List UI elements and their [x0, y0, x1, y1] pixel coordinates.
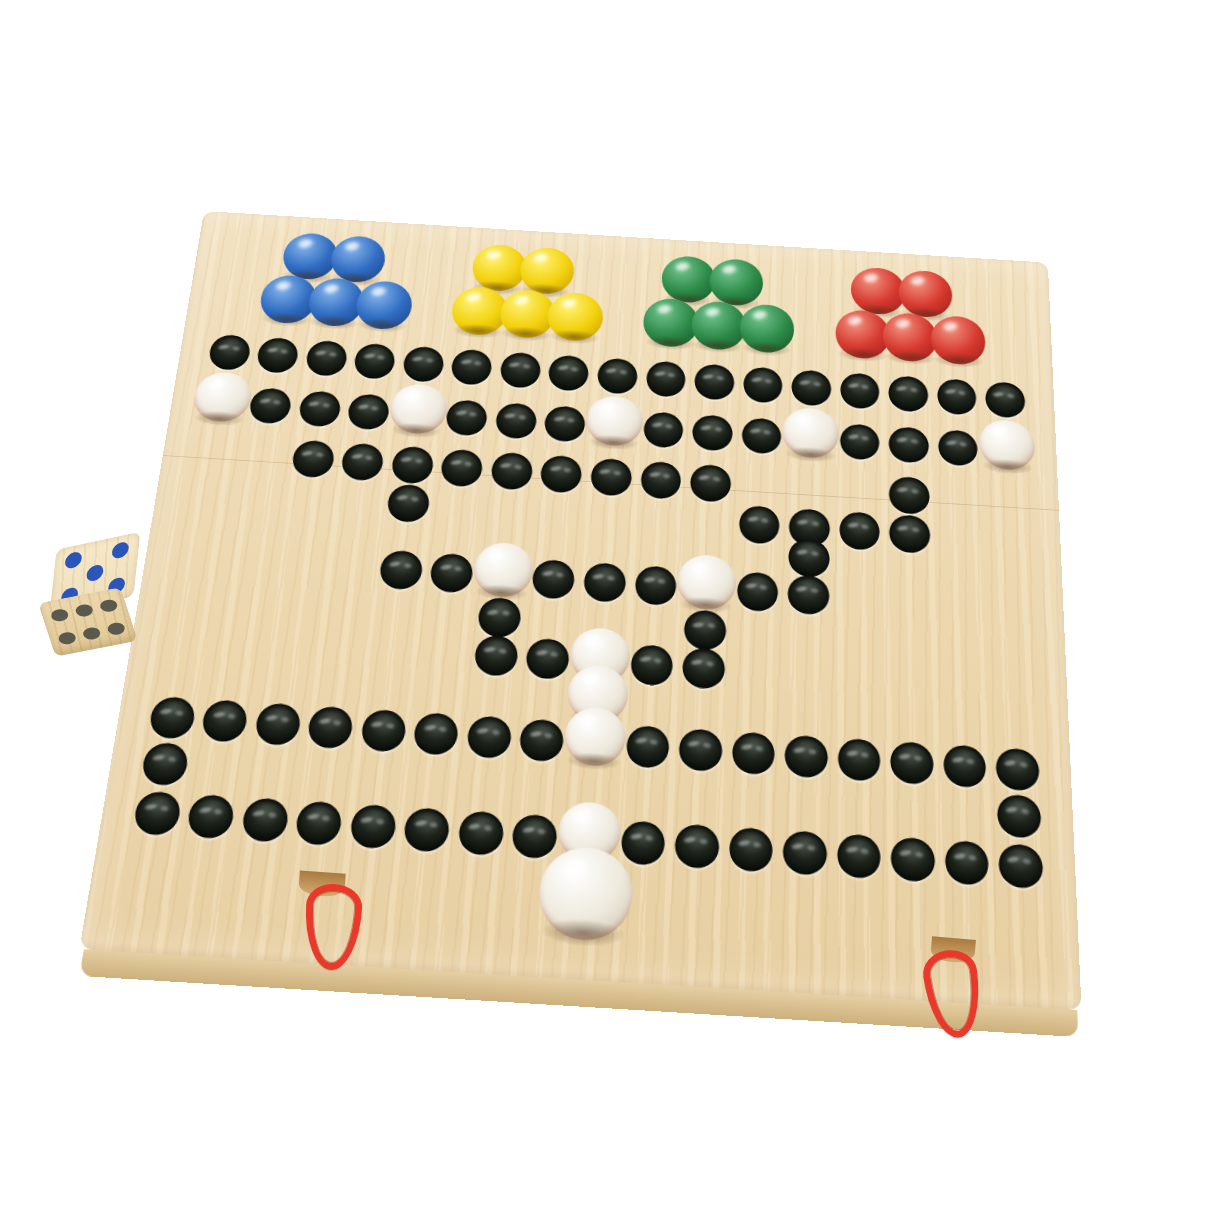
board-hole [207, 334, 252, 371]
board-hole [625, 725, 670, 769]
board-hole [254, 702, 302, 745]
hole-specular-highlight [654, 658, 662, 664]
green-ball[interactable] [739, 303, 794, 353]
board-cell-r12c4 [307, 706, 355, 749]
board-cell-r4c5 [396, 396, 440, 434]
hole-specular-highlight [756, 745, 764, 751]
white-barricade-ball[interactable] [677, 554, 737, 611]
board-hole [590, 458, 632, 497]
hole-specular-highlight [404, 563, 412, 569]
ball-shadow [741, 340, 792, 357]
hole-specular-highlight [322, 402, 330, 407]
hole-specular-highlight [606, 368, 618, 374]
hole-specular-highlight [654, 371, 666, 377]
hole-specular-highlight [751, 377, 763, 383]
board-row [146, 554, 1063, 610]
hole-specular-highlight [912, 527, 920, 533]
blue-ball[interactable] [354, 280, 414, 330]
board-cell-r8c13 [787, 574, 829, 615]
board-hole [307, 706, 355, 749]
die-pip-front [74, 603, 94, 618]
board-cell-r1c14 [859, 279, 898, 314]
board-hole [477, 597, 522, 638]
hole-specular-highlight [504, 413, 516, 419]
ball-highlight [585, 634, 602, 647]
hole-specular-highlight [568, 417, 576, 422]
board-hole [353, 343, 396, 380]
ball-shadow [982, 457, 1034, 475]
board-cell-r8c7 [481, 556, 525, 597]
hole-specular-highlight [797, 519, 809, 526]
hole-specular-highlight [376, 818, 385, 824]
hole-specular-highlight [717, 375, 725, 380]
board-cell-r3c10 [645, 361, 686, 398]
hole-specular-highlight [426, 358, 434, 363]
hole-specular-highlight [316, 452, 324, 457]
board-cell-r9c7 [477, 597, 522, 638]
board-cell-r14c11 [674, 823, 719, 868]
ball-highlight [795, 413, 812, 425]
game-board [79, 211, 1081, 1010]
board-cell-r4c16 [938, 429, 979, 467]
board-cell-r1c10 [669, 267, 709, 302]
white-barricade-ball[interactable] [472, 542, 534, 599]
board-cell-r5c9 [590, 458, 632, 497]
hole-specular-highlight [862, 524, 870, 530]
board-cell-r4c4 [347, 393, 391, 431]
hole-specular-highlight [465, 461, 473, 466]
hole-specular-highlight [862, 384, 870, 389]
board-cell-r9c11 [683, 610, 726, 651]
board-cell-r14c3 [241, 797, 290, 842]
board-cell-r12c9 [572, 722, 617, 766]
board-cell-r14c16 [945, 840, 990, 886]
board-cell-r5c6 [440, 449, 484, 488]
board-hole [597, 358, 638, 395]
hole-specular-highlight [412, 356, 424, 362]
ball-shadow [837, 346, 887, 363]
hole-specular-highlight [529, 731, 542, 738]
ball-shadow [260, 311, 312, 328]
hole-specular-highlight [535, 650, 548, 657]
board-cell-r14c6 [403, 807, 451, 852]
board-hole [682, 647, 726, 689]
hole-specular-highlight [553, 416, 565, 422]
hole-specular-highlight [760, 584, 768, 590]
board-cell-r14c10 [620, 820, 666, 865]
blue-ball[interactable] [328, 235, 388, 284]
hole-specular-highlight [365, 455, 373, 460]
hole-specular-highlight [706, 661, 714, 667]
hole-specular-highlight [253, 810, 266, 818]
hole-specular-highlight [599, 468, 611, 474]
board-cell-r8c12 [736, 571, 778, 612]
white-barricade-ball[interactable] [191, 371, 254, 424]
hole-specular-highlight [915, 851, 924, 857]
board-cell-r2c8 [554, 304, 595, 340]
hole-specular-highlight [813, 381, 821, 386]
hole-specular-highlight [364, 353, 376, 359]
ball-shadow [308, 314, 360, 331]
hole-specular-highlight [145, 803, 158, 811]
ball-highlight [910, 276, 926, 287]
ball-highlight [942, 321, 958, 332]
hole-specular-highlight [389, 561, 401, 568]
board-hole [937, 378, 977, 415]
hole-specular-highlight [477, 727, 490, 734]
board-hole [728, 827, 773, 873]
board-hole [305, 340, 349, 377]
ball-highlight [298, 238, 314, 249]
board-hole [386, 484, 431, 523]
board-cell-r4c17 [987, 432, 1028, 470]
board-hole [378, 550, 423, 590]
board-cell-r12c13 [784, 735, 827, 779]
hole-specular-highlight [896, 437, 908, 443]
hole-specular-highlight [846, 750, 859, 757]
hole-specular-highlight [699, 838, 708, 844]
hole-specular-highlight [564, 467, 572, 472]
hole-specular-highlight [232, 346, 240, 351]
board-cell-r4c1 [199, 384, 244, 422]
board-hole [690, 464, 732, 503]
hole-specular-highlight [414, 819, 427, 827]
hole-specular-highlight [861, 848, 870, 854]
green-ball[interactable] [708, 258, 763, 307]
hole-specular-highlight [267, 347, 279, 353]
yellow-ball[interactable] [546, 292, 604, 342]
hole-specular-highlight [522, 826, 535, 834]
board-hole [889, 375, 929, 412]
hole-specular-highlight [799, 380, 811, 386]
board-hole [495, 402, 538, 440]
board-hole [674, 823, 719, 868]
ball-highlight [895, 318, 911, 329]
ball-highlight [722, 264, 738, 275]
hole-specular-highlight [793, 747, 806, 754]
hole-specular-highlight [523, 364, 531, 369]
hole-specular-highlight [898, 753, 911, 760]
board-cell-r1c3 [336, 247, 379, 282]
red-ball[interactable] [898, 269, 952, 318]
board-cell-r2c3 [314, 290, 357, 326]
board-cell-r2c4 [362, 293, 405, 329]
ball-shadow [693, 337, 744, 354]
board-hole [186, 794, 236, 839]
board-cell-r5c5 [390, 446, 434, 485]
hole-specular-highlight [951, 756, 964, 763]
hole-specular-highlight [153, 754, 166, 761]
die-pip-top [64, 550, 82, 569]
board-hole [548, 355, 590, 392]
board-cell-r6c14 [839, 511, 880, 551]
red-ball[interactable] [930, 315, 985, 366]
board-cell-r12c14 [838, 738, 881, 782]
board-cell-r14c8 [512, 813, 559, 858]
hole-specular-highlight [812, 521, 820, 527]
board-cell-r3c3 [305, 340, 349, 377]
hole-specular-highlight [715, 426, 723, 431]
hole-specular-highlight [499, 648, 507, 654]
hole-specular-highlight [545, 732, 554, 738]
ball-shadow [500, 325, 551, 342]
board-hole [526, 638, 571, 680]
board-cell-r1c15 [906, 282, 945, 317]
board-cell-r4c7 [495, 402, 538, 440]
board-hole [148, 696, 197, 739]
hole-specular-highlight [847, 434, 859, 440]
board-hole [620, 820, 666, 865]
hole-specular-highlight [643, 576, 655, 583]
ball-highlight [561, 298, 577, 309]
board-cell-r3c4 [353, 343, 396, 380]
die-pip-front [57, 631, 77, 646]
board-cell-r4c11 [692, 414, 733, 452]
hole-specular-highlight [1005, 806, 1018, 813]
board-hole [889, 476, 930, 515]
hole-specular-highlight [377, 355, 385, 360]
ball-highlight [345, 241, 361, 252]
hole-specular-highlight [703, 742, 712, 748]
hole-specular-highlight [514, 464, 522, 469]
hole-specular-highlight [745, 583, 757, 590]
ball-shadow [548, 328, 599, 345]
hole-specular-highlight [614, 470, 622, 475]
hole-specular-highlight [967, 758, 975, 764]
board-cell-r14c12 [728, 827, 773, 873]
hole-specular-highlight [550, 465, 562, 471]
ball-highlight [405, 389, 421, 401]
hole-specular-highlight [668, 372, 676, 377]
board-cell-r6c12 [738, 505, 780, 544]
hole-specular-highlight [650, 739, 659, 745]
board-hole [837, 833, 881, 879]
board-cell-r8c5 [378, 550, 423, 590]
board-hole [787, 574, 829, 615]
hole-specular-highlight [897, 487, 909, 493]
board-hole [132, 790, 182, 835]
hole-specular-highlight [322, 815, 331, 821]
board-cell-r1c11 [716, 270, 755, 305]
board-cell-r14c15 [891, 836, 935, 882]
hole-specular-highlight [175, 710, 184, 716]
board-cell-r5c4 [341, 443, 386, 482]
ball-highlight [514, 295, 530, 306]
board-cell-r12c2 [201, 699, 250, 742]
board-hole [402, 346, 445, 383]
hole-specular-highlight [430, 821, 439, 827]
hole-specular-highlight [796, 586, 808, 593]
hole-specular-highlight [307, 813, 320, 821]
board-hole [694, 364, 735, 401]
board-cell-r4c6 [445, 399, 488, 437]
board-cell-r12c1 [148, 696, 197, 739]
hole-specular-highlight [474, 361, 482, 366]
hole-specular-highlight [509, 362, 521, 368]
ball-highlight [991, 425, 1008, 437]
board-cell-r8c11 [685, 568, 728, 609]
red-ball[interactable] [851, 267, 905, 316]
white-barricade-ball[interactable] [585, 395, 644, 448]
hole-specular-highlight [199, 806, 212, 814]
board-hole [512, 813, 559, 858]
ball-highlight [752, 310, 768, 321]
board-cell-r4c8 [544, 405, 586, 443]
hole-specular-highlight [807, 844, 816, 850]
ball-highlight [371, 286, 387, 297]
hole-specular-highlight [168, 756, 177, 762]
hole-specular-highlight [862, 435, 870, 440]
hole-specular-highlight [556, 572, 564, 578]
hole-specular-highlight [518, 414, 526, 419]
hole-specular-highlight [811, 551, 819, 557]
board-hole [743, 366, 783, 403]
hole-specular-highlight [484, 647, 497, 654]
board-hole [413, 712, 460, 756]
board-cell-r14c4 [295, 800, 344, 845]
board-hole [985, 381, 1025, 418]
board-cell-r3c6 [451, 349, 494, 386]
hole-specular-highlight [318, 718, 331, 725]
board-hole [839, 511, 880, 551]
hole-specular-highlight [450, 459, 462, 465]
board-hole [630, 644, 674, 686]
board-hole [645, 361, 686, 398]
board-row [119, 714, 1071, 772]
hole-specular-highlight [639, 656, 652, 663]
board-cell-r12c3 [254, 702, 302, 745]
white-barricade-ball[interactable] [978, 419, 1035, 472]
board-cell-r1c7 [526, 259, 567, 294]
board-cell-r4c12 [741, 417, 782, 455]
board-cell-r10c8 [526, 638, 571, 680]
board-hole [996, 747, 1040, 791]
ball-highlight [863, 273, 879, 284]
board-cell-r5c3 [291, 440, 336, 479]
hole-specular-highlight [702, 374, 714, 380]
hole-specular-highlight [1020, 761, 1028, 767]
hole-specular-highlight [945, 440, 957, 446]
board-hole [241, 797, 290, 842]
board-cell-r12c8 [519, 718, 565, 762]
board-hole [341, 443, 386, 482]
board-hole [945, 840, 990, 886]
hole-specular-highlight [700, 425, 712, 431]
hole-specular-highlight [213, 711, 226, 718]
board-cell-r5c11 [690, 464, 732, 503]
board-cell-r5c7 [490, 452, 533, 491]
hole-specular-highlight [1021, 808, 1029, 814]
board-hole [457, 810, 504, 855]
board-hole [938, 429, 979, 467]
ball-shadow [390, 421, 443, 439]
board-hole [519, 718, 565, 762]
board-hole [840, 423, 880, 461]
board-cell-r3c9 [597, 358, 638, 395]
board-hole [544, 405, 586, 443]
board-cell-r2c11 [699, 313, 739, 349]
board-cell-r2c7 [506, 301, 548, 337]
white-barricade-ball[interactable] [782, 407, 838, 460]
hole-specular-highlight [386, 723, 395, 729]
hole-specular-highlight [764, 429, 772, 434]
board-tilt-wrapper [127, 155, 1084, 1004]
hole-specular-highlight [899, 849, 912, 857]
board-hole [499, 352, 541, 389]
board-cell-r3c11 [694, 364, 735, 401]
hole-specular-highlight [439, 726, 448, 732]
hole-specular-highlight [620, 369, 628, 374]
white-barricade-ball[interactable] [388, 383, 449, 436]
board-cell-r14c7 [457, 810, 504, 855]
board-cell-r4c2 [248, 387, 293, 425]
green-ball[interactable] [661, 255, 717, 304]
board-hole [640, 461, 682, 500]
board-hole [889, 426, 929, 464]
board-cell-r3c2 [256, 337, 300, 374]
board-cell-r2c14 [843, 322, 882, 358]
hole-specular-highlight [214, 808, 223, 814]
ball-highlight [209, 378, 225, 390]
die-pip-front [49, 608, 69, 623]
board-cell-r6c15 [889, 514, 930, 554]
ball-highlight [466, 292, 482, 303]
hole-specular-highlight [371, 721, 384, 728]
ball-highlight [574, 808, 592, 822]
board-hole [140, 742, 190, 786]
board-cell-r12c15 [890, 741, 933, 785]
hole-specular-highlight [688, 740, 701, 747]
board-hole [738, 505, 780, 544]
board-hole [678, 728, 722, 772]
ball-highlight [489, 549, 506, 562]
hole-specular-highlight [281, 349, 289, 354]
hole-specular-highlight [740, 743, 753, 750]
hole-specular-highlight [218, 344, 230, 350]
board-hole [692, 414, 733, 452]
board-cell-r14c2 [186, 794, 236, 839]
ball-highlight [486, 250, 502, 261]
board-cell-r4c14 [840, 423, 880, 461]
ball-shadow [356, 317, 408, 334]
ball-highlight [580, 714, 598, 728]
ball-shadow [785, 445, 837, 463]
hole-specular-highlight [500, 462, 512, 468]
board-cell-r13c17 [997, 794, 1042, 839]
board-hole [583, 562, 627, 603]
hole-specular-highlight [749, 428, 761, 434]
hole-specular-highlight [861, 752, 869, 758]
board-cell-r14c5 [349, 804, 397, 849]
board-cell-r3c15 [889, 375, 929, 412]
board-cell-r2c15 [891, 325, 930, 361]
board-cell-r5c15 [889, 476, 930, 515]
wooden-die[interactable] [38, 536, 158, 658]
board-hole [430, 553, 475, 594]
board-hole [445, 399, 488, 437]
hole-specular-highlight [308, 401, 320, 407]
hole-specular-highlight [440, 564, 452, 571]
yellow-ball[interactable] [518, 246, 575, 295]
hole-specular-highlight [959, 390, 967, 395]
hole-specular-highlight [1007, 856, 1020, 864]
hole-specular-highlight [691, 659, 704, 666]
board-perspective-wrapper [79, 211, 1081, 1010]
board-cell-r3c12 [743, 366, 783, 403]
board-hole [360, 709, 407, 752]
board-cell-r8c10 [634, 565, 677, 606]
board-cell-r7c13 [788, 538, 829, 578]
